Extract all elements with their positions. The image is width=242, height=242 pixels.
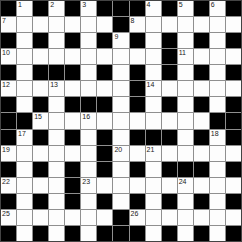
cell-r1c13-black bbox=[194, 1, 209, 16]
clue-number-26: 26 bbox=[131, 210, 139, 218]
cell-r1c5-black bbox=[65, 1, 80, 16]
cell-r12c9[interactable] bbox=[130, 178, 145, 193]
cell-r3c11-black bbox=[162, 33, 177, 48]
cell-r2c6[interactable] bbox=[81, 17, 96, 32]
cell-r13c5-black bbox=[65, 194, 80, 209]
cell-r10c15[interactable] bbox=[226, 146, 241, 161]
clue-number-12: 12 bbox=[2, 81, 10, 89]
cell-r9c3-black bbox=[33, 130, 48, 145]
cell-r2c5[interactable] bbox=[65, 17, 80, 32]
cell-r14c6[interactable] bbox=[81, 210, 96, 225]
cell-r1c11-black bbox=[162, 1, 177, 16]
cell-r10c7-black bbox=[97, 146, 112, 161]
cell-r12c12[interactable]: 24 bbox=[178, 178, 193, 193]
cell-r14c1[interactable]: 25 bbox=[1, 210, 16, 225]
cell-r6c3[interactable] bbox=[33, 81, 48, 96]
cell-r7c11-black bbox=[162, 97, 177, 112]
clue-number-16: 16 bbox=[82, 113, 90, 121]
cell-r6c8[interactable] bbox=[113, 81, 128, 96]
cell-r2c12[interactable] bbox=[178, 17, 193, 32]
cell-r14c12[interactable] bbox=[178, 210, 193, 225]
cell-r5c7-black bbox=[97, 65, 112, 80]
clue-number-1: 1 bbox=[18, 1, 22, 9]
cell-r13c3-black bbox=[33, 194, 48, 209]
cell-r4c12[interactable]: 11 bbox=[178, 49, 193, 64]
cell-r12c14[interactable] bbox=[210, 178, 225, 193]
cell-r12c10[interactable] bbox=[146, 178, 161, 193]
cell-r15c11-black bbox=[162, 226, 177, 241]
clue-number-8: 8 bbox=[131, 17, 135, 25]
cell-r7c13-black bbox=[194, 97, 209, 112]
cell-r6c15[interactable] bbox=[226, 81, 241, 96]
cell-r10c10[interactable]: 21 bbox=[146, 146, 161, 161]
cell-r1c12[interactable]: 5 bbox=[178, 1, 193, 16]
clue-number-24: 24 bbox=[179, 178, 187, 186]
cell-r2c14[interactable] bbox=[210, 17, 225, 32]
cell-r5c15-black bbox=[226, 65, 241, 80]
cell-r1c7-black bbox=[97, 1, 112, 16]
cell-r7c9-black bbox=[130, 97, 145, 112]
cell-r4c1[interactable]: 10 bbox=[1, 49, 16, 64]
cell-r8c8[interactable] bbox=[113, 113, 128, 128]
cell-r10c4[interactable] bbox=[49, 146, 64, 161]
clue-number-18: 18 bbox=[211, 130, 219, 138]
clue-number-4: 4 bbox=[147, 1, 151, 9]
cell-r2c15[interactable] bbox=[226, 17, 241, 32]
cell-r4c6[interactable] bbox=[81, 49, 96, 64]
cell-r14c3[interactable] bbox=[33, 210, 48, 225]
cell-r4c4[interactable] bbox=[49, 49, 64, 64]
cell-r2c4[interactable] bbox=[49, 17, 64, 32]
cell-r14c7[interactable] bbox=[97, 210, 112, 225]
cell-r11c13-black bbox=[194, 162, 209, 177]
cell-r12c6[interactable]: 23 bbox=[81, 178, 96, 193]
cell-r8c6[interactable]: 16 bbox=[81, 113, 96, 128]
cell-r12c13[interactable] bbox=[194, 178, 209, 193]
cell-r4c8[interactable] bbox=[113, 49, 128, 64]
cell-r13c10[interactable] bbox=[146, 194, 161, 209]
cell-r12c8[interactable] bbox=[113, 178, 128, 193]
cell-r10c9[interactable] bbox=[130, 146, 145, 161]
clue-number-21: 21 bbox=[147, 146, 155, 154]
cell-r7c4[interactable] bbox=[49, 97, 64, 112]
cell-r4c15[interactable] bbox=[226, 49, 241, 64]
cell-r3c14[interactable] bbox=[210, 33, 225, 48]
cell-r7c7-black bbox=[97, 97, 112, 112]
clue-number-17: 17 bbox=[18, 130, 26, 138]
cell-r15c5-black bbox=[65, 226, 80, 241]
cell-r4c13[interactable] bbox=[194, 49, 209, 64]
cell-r3c15-black bbox=[226, 33, 241, 48]
cell-r3c5-black bbox=[65, 33, 80, 48]
cell-r3c7-black bbox=[97, 33, 112, 48]
cell-r1c4[interactable]: 2 bbox=[49, 1, 64, 16]
cell-r9c13-black bbox=[194, 130, 209, 145]
cell-r9c10-black bbox=[146, 130, 161, 145]
cell-r4c2[interactable] bbox=[17, 49, 32, 64]
cell-r1c8-black bbox=[113, 1, 128, 16]
cell-r14c13[interactable] bbox=[194, 210, 209, 225]
clue-number-20: 20 bbox=[114, 146, 122, 154]
cell-r6c14[interactable] bbox=[210, 81, 225, 96]
cell-r4c14[interactable] bbox=[210, 49, 225, 64]
cell-r5c12[interactable] bbox=[178, 65, 193, 80]
cell-r10c8[interactable]: 20 bbox=[113, 146, 128, 161]
clue-number-9: 9 bbox=[114, 33, 118, 41]
cell-r13c14[interactable] bbox=[210, 194, 225, 209]
cell-r10c3[interactable] bbox=[33, 146, 48, 161]
cell-r12c11[interactable] bbox=[162, 178, 177, 193]
cell-r13c4[interactable] bbox=[49, 194, 64, 209]
cell-r11c2[interactable] bbox=[17, 162, 32, 177]
cell-r15c3-black bbox=[33, 226, 48, 241]
cell-r7c3-black bbox=[33, 97, 48, 112]
cell-r8c13[interactable] bbox=[194, 113, 209, 128]
cell-r4c10[interactable] bbox=[146, 49, 161, 64]
cell-r13c15-black bbox=[226, 194, 241, 209]
cell-r7c5-black bbox=[65, 97, 80, 112]
cell-r2c10[interactable] bbox=[146, 17, 161, 32]
cell-r14c9[interactable]: 26 bbox=[130, 210, 145, 225]
cell-r11c3-black bbox=[33, 162, 48, 177]
cell-r15c14[interactable] bbox=[210, 226, 225, 241]
cell-r8c9[interactable] bbox=[130, 113, 145, 128]
cell-r7c6-black bbox=[81, 97, 96, 112]
cell-r11c6[interactable] bbox=[81, 162, 96, 177]
cell-r8c15-black bbox=[226, 113, 241, 128]
cell-r13c7-black bbox=[97, 194, 112, 209]
cell-r15c7-black bbox=[97, 226, 112, 241]
cell-r15c1-black bbox=[1, 226, 16, 241]
cell-r15c8-black bbox=[113, 226, 128, 241]
cell-r5c14[interactable] bbox=[210, 65, 225, 80]
cell-r4c3[interactable] bbox=[33, 49, 48, 64]
cell-r8c10[interactable] bbox=[146, 113, 161, 128]
cell-r14c5[interactable] bbox=[65, 210, 80, 225]
cell-r11c14[interactable] bbox=[210, 162, 225, 177]
cell-r1c15-black bbox=[226, 1, 241, 16]
cell-r5c2[interactable] bbox=[17, 65, 32, 80]
cell-r12c15[interactable] bbox=[226, 178, 241, 193]
cell-r12c1[interactable]: 22 bbox=[1, 178, 16, 193]
clue-number-10: 10 bbox=[2, 49, 10, 57]
cell-r6c1[interactable]: 12 bbox=[1, 81, 16, 96]
cell-r13c1-black bbox=[1, 194, 16, 209]
cell-r6c4[interactable]: 13 bbox=[49, 81, 64, 96]
cell-r6c7[interactable] bbox=[97, 81, 112, 96]
clue-number-15: 15 bbox=[34, 113, 42, 121]
cell-r10c12[interactable] bbox=[178, 146, 193, 161]
cell-r3c10[interactable] bbox=[146, 33, 161, 48]
cell-r11c12-black bbox=[178, 162, 193, 177]
cell-r10c11[interactable] bbox=[162, 146, 177, 161]
cell-r9c4[interactable] bbox=[49, 130, 64, 145]
clue-number-19: 19 bbox=[2, 146, 10, 154]
clue-number-11: 11 bbox=[179, 49, 186, 57]
cell-r1c1-black bbox=[1, 1, 16, 16]
clue-number-23: 23 bbox=[82, 178, 90, 186]
crossword-board: 1234567891011121314151617181920212223242… bbox=[0, 0, 242, 242]
clue-number-6: 6 bbox=[211, 1, 215, 9]
cell-r8c11[interactable] bbox=[162, 113, 177, 128]
cell-r8c1-black bbox=[1, 113, 16, 128]
cell-r2c13[interactable] bbox=[194, 17, 209, 32]
cell-r8c12[interactable] bbox=[178, 113, 193, 128]
cell-r13c13-black bbox=[194, 194, 209, 209]
cell-r1c2[interactable]: 1 bbox=[17, 1, 32, 16]
clue-number-14: 14 bbox=[147, 81, 155, 89]
cell-r9c1-black bbox=[1, 130, 16, 145]
cell-r2c11[interactable] bbox=[162, 17, 177, 32]
cell-r10c14[interactable] bbox=[210, 146, 225, 161]
cell-r11c4[interactable] bbox=[49, 162, 64, 177]
cell-r13c9-black bbox=[130, 194, 145, 209]
clue-number-3: 3 bbox=[82, 1, 86, 9]
cell-r3c4[interactable] bbox=[49, 33, 64, 48]
clue-number-2: 2 bbox=[50, 1, 54, 9]
cell-r5c5-black bbox=[65, 65, 80, 80]
cell-r12c4[interactable] bbox=[49, 178, 64, 193]
cell-r6c12[interactable] bbox=[178, 81, 193, 96]
cell-r1c10[interactable]: 4 bbox=[146, 1, 161, 16]
cell-r2c8-black bbox=[113, 17, 128, 32]
clue-number-25: 25 bbox=[2, 210, 10, 218]
cell-r5c4-black bbox=[49, 65, 64, 80]
cell-r1c14[interactable]: 6 bbox=[210, 1, 225, 16]
cell-r3c8[interactable]: 9 bbox=[113, 33, 128, 48]
cell-r15c6[interactable] bbox=[81, 226, 96, 241]
cell-r15c4[interactable] bbox=[49, 226, 64, 241]
cell-r10c5[interactable] bbox=[65, 146, 80, 161]
cell-r3c12[interactable] bbox=[178, 33, 193, 48]
cell-r11c10[interactable] bbox=[146, 162, 161, 177]
cell-r3c2[interactable] bbox=[17, 33, 32, 48]
cell-r9c7-black bbox=[97, 130, 112, 145]
cell-r11c11-black bbox=[162, 162, 177, 177]
clue-number-5: 5 bbox=[179, 1, 183, 9]
cell-r11c1-black bbox=[1, 162, 16, 177]
cell-r7c15-black bbox=[226, 97, 241, 112]
cell-r14c8-black bbox=[113, 210, 128, 225]
cell-r5c11-black bbox=[162, 65, 177, 80]
cell-r15c10[interactable] bbox=[146, 226, 161, 241]
cell-r12c2[interactable] bbox=[17, 178, 32, 193]
cell-r8c14-black bbox=[210, 113, 225, 128]
cell-r15c15-black bbox=[226, 226, 241, 241]
cell-r14c10[interactable] bbox=[146, 210, 161, 225]
cell-r9c2[interactable]: 17 bbox=[17, 130, 32, 145]
cell-r8c5[interactable] bbox=[65, 113, 80, 128]
cell-r15c12[interactable] bbox=[178, 226, 193, 241]
cell-r14c15[interactable] bbox=[226, 210, 241, 225]
cell-r1c9-black bbox=[130, 1, 145, 16]
cell-r5c13-black bbox=[194, 65, 209, 80]
cell-r6c5[interactable] bbox=[65, 81, 80, 96]
cell-r15c13-black bbox=[194, 226, 209, 241]
cell-r6c10[interactable]: 14 bbox=[146, 81, 161, 96]
cell-r3c9-black bbox=[130, 33, 145, 48]
cell-r7c10[interactable] bbox=[146, 97, 161, 112]
cell-r9c9-black bbox=[130, 130, 145, 145]
cell-r14c2[interactable] bbox=[17, 210, 32, 225]
cell-r1c6[interactable]: 3 bbox=[81, 1, 96, 16]
cell-r2c3[interactable] bbox=[33, 17, 48, 32]
cell-r3c1-black bbox=[1, 33, 16, 48]
cell-r12c5-black bbox=[65, 178, 80, 193]
cell-r5c8[interactable] bbox=[113, 65, 128, 80]
cell-r9c15-black bbox=[226, 130, 241, 145]
cell-r8c3[interactable]: 15 bbox=[33, 113, 48, 128]
cell-r3c13-black bbox=[194, 33, 209, 48]
cell-r12c7[interactable] bbox=[97, 178, 112, 193]
cell-r14c4[interactable] bbox=[49, 210, 64, 225]
cell-r13c8[interactable] bbox=[113, 194, 128, 209]
clue-number-13: 13 bbox=[50, 81, 58, 89]
cell-r4c9[interactable] bbox=[130, 49, 145, 64]
cell-r8c7[interactable] bbox=[97, 113, 112, 128]
cell-r5c9-black bbox=[130, 65, 145, 80]
cell-r10c1[interactable]: 19 bbox=[1, 146, 16, 161]
cell-r9c12[interactable] bbox=[178, 130, 193, 145]
cell-r11c5-black bbox=[65, 162, 80, 177]
cell-r10c13[interactable] bbox=[194, 146, 209, 161]
clue-number-7: 7 bbox=[2, 17, 6, 25]
cell-r7c2[interactable] bbox=[17, 97, 32, 112]
cell-r6c9-black bbox=[130, 81, 145, 96]
cell-r5c6[interactable] bbox=[81, 65, 96, 80]
cell-r4c11-black bbox=[162, 49, 177, 64]
cell-r10c6[interactable] bbox=[81, 146, 96, 161]
cell-r8c4[interactable] bbox=[49, 113, 64, 128]
cell-r9c6[interactable] bbox=[81, 130, 96, 145]
cell-r5c10[interactable] bbox=[146, 65, 161, 80]
cell-r6c6[interactable] bbox=[81, 81, 96, 96]
cell-r2c1[interactable]: 7 bbox=[1, 17, 16, 32]
crossword-grid: 1234567891011121314151617181920212223242… bbox=[0, 0, 242, 242]
cell-r6c11[interactable] bbox=[162, 81, 177, 96]
cell-r15c2[interactable] bbox=[17, 226, 32, 241]
cell-r5c3-black bbox=[33, 65, 48, 80]
cell-r7c12[interactable] bbox=[178, 97, 193, 112]
cell-r2c2[interactable] bbox=[17, 17, 32, 32]
cell-r10c2[interactable] bbox=[17, 146, 32, 161]
cell-r3c6[interactable] bbox=[81, 33, 96, 48]
cell-r14c11[interactable] bbox=[162, 210, 177, 225]
cell-r9c14[interactable]: 18 bbox=[210, 130, 225, 145]
clue-number-22: 22 bbox=[2, 178, 10, 186]
cell-r7c1-black bbox=[1, 97, 16, 112]
cell-r2c9[interactable]: 8 bbox=[130, 17, 145, 32]
cell-r13c11-black bbox=[162, 194, 177, 209]
cell-r4c7[interactable] bbox=[97, 49, 112, 64]
cell-r12c3[interactable] bbox=[33, 178, 48, 193]
cell-r5c1-black bbox=[1, 65, 16, 80]
cell-r9c8[interactable] bbox=[113, 130, 128, 145]
cell-r11c8[interactable] bbox=[113, 162, 128, 177]
cell-r6c2[interactable] bbox=[17, 81, 32, 96]
cell-r7c14[interactable] bbox=[210, 97, 225, 112]
cell-r15c9-black bbox=[130, 226, 145, 241]
cell-r11c9-black bbox=[130, 162, 145, 177]
cell-r6c13[interactable] bbox=[194, 81, 209, 96]
cell-r13c6[interactable] bbox=[81, 194, 96, 209]
cell-r8c2-black bbox=[17, 113, 32, 128]
cell-r11c15-black bbox=[226, 162, 241, 177]
cell-r13c12[interactable] bbox=[178, 194, 193, 209]
cell-r9c5-black bbox=[65, 130, 80, 145]
cell-r9c11-black bbox=[162, 130, 177, 145]
cell-r11c7-black bbox=[97, 162, 112, 177]
cell-r3c3-black bbox=[33, 33, 48, 48]
cell-r2c7[interactable] bbox=[97, 17, 112, 32]
cell-r14c14[interactable] bbox=[210, 210, 225, 225]
cell-r13c2[interactable] bbox=[17, 194, 32, 209]
cell-r1c3-black bbox=[33, 1, 48, 16]
cell-r7c8[interactable] bbox=[113, 97, 128, 112]
cell-r4c5[interactable] bbox=[65, 49, 80, 64]
